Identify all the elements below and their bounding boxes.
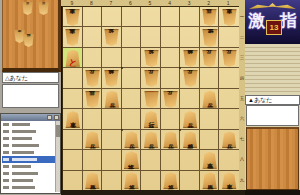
square-44[interactable] — [161, 68, 181, 88]
square-31[interactable] — [180, 7, 200, 27]
square-77[interactable] — [102, 130, 122, 150]
square-52[interactable] — [141, 27, 161, 47]
kifu-row-6[interactable] — [2, 156, 55, 163]
square-39[interactable] — [180, 171, 200, 191]
square-35[interactable] — [180, 89, 200, 109]
shogi-board[interactable]: 香車桂馬香車飛車金将玉将と金将銀将歩兵歩兵歩兵銀将歩兵歩兵桂馬歩兵馬歩兵歩兵香車… — [62, 6, 240, 192]
kifu-move-list[interactable] — [2, 121, 55, 192]
piece-角行-56[interactable]: 角行 — [144, 111, 159, 128]
tatami-background — [245, 44, 300, 95]
square-32[interactable] — [180, 27, 200, 47]
square-73[interactable] — [102, 48, 122, 68]
close-icon[interactable] — [54, 115, 59, 120]
left-panel: 歩兵歩兵香車銀将 △あなた — [0, 0, 61, 195]
sente-info-box — [246, 105, 299, 126]
star-point — [179, 67, 181, 69]
star-point — [121, 67, 123, 69]
hand-piece-歩兵[interactable]: 歩兵 — [22, 2, 33, 15]
piece-歩兵-67[interactable]: 歩兵 — [124, 131, 139, 148]
logo-char-geki: 激 — [248, 9, 265, 32]
kifu-window-titlebar[interactable] — [1, 114, 60, 121]
sente-captured-tray[interactable] — [246, 127, 299, 190]
kifu-row-8[interactable] — [2, 170, 55, 177]
piece-歩兵-45[interactable]: 歩兵 — [163, 91, 178, 108]
square-12[interactable] — [219, 27, 239, 47]
kifu-list-window — [0, 113, 61, 194]
square-64[interactable] — [122, 68, 142, 88]
right-bottom-edge — [245, 190, 300, 195]
hand-piece-歩兵[interactable]: 歩兵 — [38, 2, 49, 15]
kifu-row-7[interactable] — [2, 163, 55, 170]
square-51[interactable] — [141, 7, 161, 27]
gote-captured-tray[interactable]: 歩兵歩兵香車銀将 — [2, 0, 61, 72]
square-18[interactable] — [219, 150, 239, 170]
square-63[interactable] — [122, 48, 142, 68]
square-27[interactable] — [200, 130, 220, 150]
square-95[interactable] — [63, 89, 83, 109]
kifu-row-5[interactable] — [2, 149, 55, 156]
square-66[interactable] — [122, 109, 142, 129]
logo-version-badge: 13 — [266, 20, 282, 35]
piece-王将-68[interactable]: 王将 — [123, 151, 139, 169]
sente-player-label: ▲あなた — [245, 95, 300, 105]
square-86[interactable] — [83, 109, 103, 129]
shogi-app-window: 歩兵歩兵香車銀将 △あなた 987654321 香車桂馬香車飛車金将玉将と金将銀… — [0, 0, 300, 195]
piece-歩兵-57[interactable]: 歩兵 — [144, 131, 159, 148]
square-59[interactable] — [141, 171, 161, 191]
square-99[interactable] — [63, 171, 83, 191]
square-61[interactable] — [122, 7, 142, 27]
square-97[interactable] — [63, 130, 83, 150]
square-14[interactable] — [219, 68, 239, 88]
square-76[interactable] — [102, 109, 122, 129]
square-16[interactable] — [219, 109, 239, 129]
board-bottom-edge — [61, 190, 245, 195]
star-point — [179, 129, 181, 131]
gote-info-box — [2, 84, 59, 108]
engine-logo: 激 指 13 — [245, 0, 300, 44]
square-88[interactable] — [83, 150, 103, 170]
square-83[interactable] — [83, 48, 103, 68]
square-82[interactable] — [83, 27, 103, 47]
piece-金将-69[interactable]: 金将 — [124, 172, 139, 189]
piece-歩兵-87[interactable]: 歩兵 — [85, 131, 100, 148]
square-15[interactable] — [219, 89, 239, 109]
kifu-row-3[interactable] — [2, 135, 55, 142]
piece-歩兵-25[interactable]: 歩兵 — [202, 91, 217, 108]
kifu-row-10[interactable] — [2, 184, 55, 191]
piece-歩兵-47[interactable]: 歩兵 — [163, 131, 178, 148]
square-98[interactable] — [63, 150, 83, 170]
right-panel: 激 指 13 ▲あなた — [245, 0, 300, 195]
kifu-row-9[interactable] — [2, 177, 55, 184]
kifu-row-1[interactable] — [2, 121, 55, 128]
piece-と-93[interactable]: と — [65, 50, 80, 67]
square-58[interactable] — [141, 150, 161, 170]
piece-桂馬-89[interactable]: 桂馬 — [85, 172, 100, 189]
square-48[interactable] — [161, 150, 181, 170]
hand-piece-香車[interactable]: 香車 — [14, 30, 25, 43]
kifu-row-4[interactable] — [2, 142, 55, 149]
piece-香車-19[interactable]: 香車 — [222, 172, 237, 189]
piece-飛車-28[interactable]: 飛車 — [202, 152, 217, 169]
square-38[interactable] — [180, 150, 200, 170]
square-42[interactable] — [161, 27, 181, 47]
piece-歩兵-75[interactable]: 歩兵 — [104, 91, 119, 108]
square-46[interactable] — [161, 109, 181, 129]
logo-char-sashi: 指 — [280, 9, 297, 32]
square-41[interactable] — [161, 7, 181, 27]
square-24[interactable] — [200, 68, 220, 88]
piece-金将-49[interactable]: 金将 — [163, 172, 178, 189]
kifu-scrollbar-thumb[interactable] — [56, 125, 60, 137]
square-65[interactable] — [122, 89, 142, 109]
hand-piece-銀将[interactable]: 銀将 — [23, 34, 34, 47]
square-26[interactable] — [200, 109, 220, 129]
square-78[interactable] — [102, 150, 122, 170]
piece-桂馬-29[interactable]: 桂馬 — [202, 172, 217, 189]
kifu-row-2[interactable] — [2, 128, 55, 135]
piece-歩兵-17[interactable]: 歩兵 — [222, 131, 237, 148]
piece-香車-96[interactable]: 香車 — [65, 111, 80, 128]
piece-歩兵-36[interactable]: 歩兵 — [183, 111, 198, 128]
square-62[interactable] — [122, 27, 142, 47]
piece-銀将-37[interactable]: 銀将 — [183, 131, 198, 148]
minimize-icon[interactable] — [47, 115, 52, 120]
square-71[interactable] — [102, 7, 122, 27]
kifu-scrollbar[interactable] — [55, 121, 60, 192]
square-81[interactable] — [83, 7, 103, 27]
square-79[interactable] — [102, 171, 122, 191]
star-point — [121, 129, 123, 131]
square-43[interactable] — [161, 48, 181, 68]
square-94[interactable] — [63, 68, 83, 88]
gote-player-label: △あなた — [2, 72, 59, 83]
